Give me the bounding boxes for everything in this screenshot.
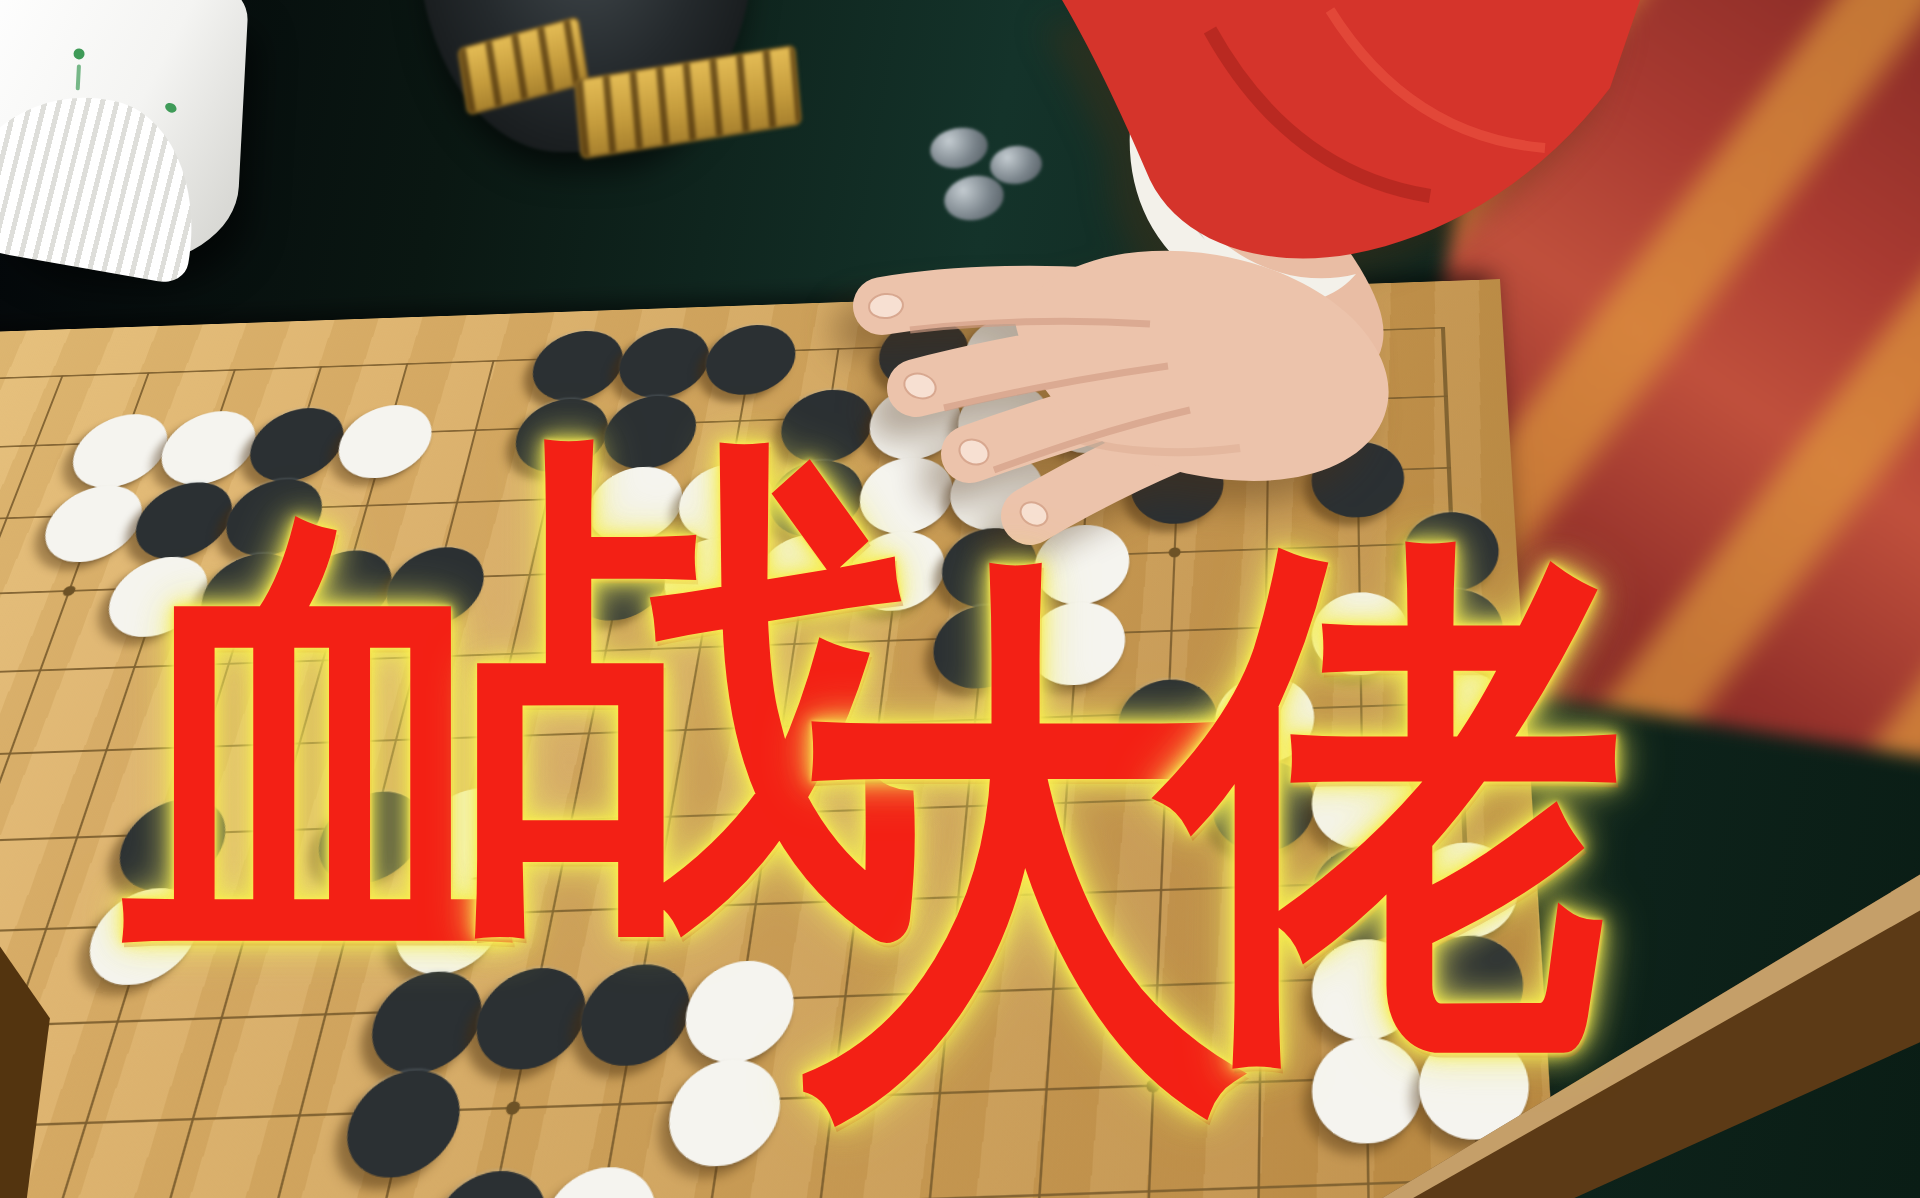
- sleeve-fold: [1210, 30, 1430, 196]
- cup-logo-mark: [76, 64, 81, 90]
- photo-scene: ●●●●●●●●●●●●●●●●●●●●●●●●●●●●●●●●●●●●●●●●…: [0, 0, 1920, 1198]
- stone-black: ●: [424, 1158, 557, 1198]
- shirt-cuff: [1130, 52, 1356, 305]
- bowl-gold-label: [457, 16, 589, 116]
- stone-white: ●: [1045, 372, 1139, 446]
- go-stone-bowl: [418, 0, 754, 152]
- cup-ribs: [0, 78, 214, 286]
- captured-stone-on-table: [988, 143, 1044, 186]
- stone-white: ●: [664, 1047, 788, 1155]
- cup-logo-mark: [73, 48, 85, 60]
- cup-logo-mark: [163, 101, 178, 115]
- captured-stone-on-table: [927, 123, 991, 172]
- paper-cup: [0, 0, 249, 272]
- cuff-shadow: [1160, 60, 1205, 240]
- title-char-1: 血: [122, 430, 522, 1067]
- title-char-4: 佬: [1165, 441, 1625, 1174]
- bowl-gold-label: [574, 45, 802, 160]
- stone-white: ●: [535, 1154, 665, 1198]
